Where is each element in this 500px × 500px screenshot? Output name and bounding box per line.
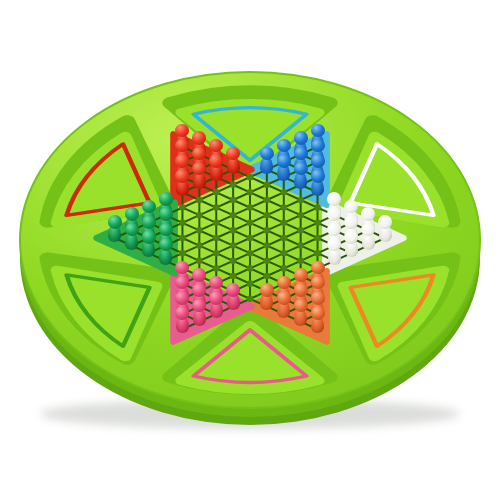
- hole-empty[interactable]: [230, 273, 237, 280]
- hole-empty[interactable]: [213, 235, 220, 242]
- hole-empty[interactable]: [247, 189, 254, 196]
- hole-empty[interactable]: [297, 258, 304, 265]
- peg-head: [192, 299, 206, 313]
- peg-head: [226, 283, 240, 297]
- peg-green[interactable]: [158, 238, 173, 265]
- hole-empty[interactable]: [280, 204, 287, 211]
- hole-empty[interactable]: [297, 227, 304, 234]
- peg-head: [311, 291, 325, 305]
- peg-head: [344, 200, 358, 214]
- hole-empty[interactable]: [247, 296, 254, 303]
- hole-empty[interactable]: [196, 227, 203, 234]
- peg-head: [142, 215, 156, 229]
- peg-head: [125, 207, 139, 221]
- peg-head: [159, 238, 173, 252]
- hole-empty[interactable]: [247, 219, 254, 226]
- peg-head: [175, 169, 189, 183]
- peg-head: [192, 131, 206, 145]
- peg-head: [175, 291, 189, 305]
- hole-empty[interactable]: [297, 212, 304, 219]
- hole-empty[interactable]: [297, 197, 304, 204]
- peg-head: [260, 283, 274, 297]
- peg-head: [311, 261, 325, 275]
- hole-empty[interactable]: [280, 189, 287, 196]
- peg-head: [175, 261, 189, 275]
- hole-empty[interactable]: [213, 189, 220, 196]
- hole-empty[interactable]: [196, 197, 203, 204]
- hole-empty[interactable]: [280, 235, 287, 242]
- peg-head: [327, 223, 341, 237]
- peg-head: [192, 147, 206, 161]
- peg-head: [125, 223, 139, 237]
- peg-head: [260, 147, 274, 161]
- peg-head: [294, 162, 308, 176]
- peg-orange[interactable]: [259, 283, 274, 310]
- hole-empty[interactable]: [247, 250, 254, 257]
- hole-empty[interactable]: [179, 204, 186, 211]
- peg-head: [209, 139, 223, 153]
- hole-empty[interactable]: [314, 219, 321, 226]
- peg-white[interactable]: [361, 223, 376, 250]
- hole-empty[interactable]: [264, 212, 271, 219]
- peg-head: [294, 283, 308, 297]
- hole-empty[interactable]: [196, 212, 203, 219]
- peg-head: [175, 139, 189, 153]
- peg-head: [277, 154, 291, 168]
- peg-head: [277, 291, 291, 305]
- hole-empty[interactable]: [314, 204, 321, 211]
- hole-empty[interactable]: [280, 265, 287, 272]
- hole-empty[interactable]: [314, 250, 321, 257]
- peg-orange[interactable]: [293, 299, 308, 326]
- hole-empty[interactable]: [280, 219, 287, 226]
- peg-head: [159, 207, 173, 221]
- peg-head: [159, 192, 173, 206]
- peg-head: [311, 276, 325, 290]
- peg-head: [344, 230, 358, 244]
- hole-empty[interactable]: [314, 235, 321, 242]
- peg-head: [294, 147, 308, 161]
- peg-head: [311, 139, 325, 153]
- peg-head: [344, 215, 358, 229]
- hole-empty[interactable]: [213, 265, 220, 272]
- peg-head: [226, 147, 240, 161]
- peg-blue[interactable]: [259, 147, 274, 174]
- hole-empty[interactable]: [179, 235, 186, 242]
- peg-head: [327, 192, 341, 206]
- hole-empty[interactable]: [230, 242, 237, 249]
- hole-empty[interactable]: [264, 227, 271, 234]
- peg-blue[interactable]: [293, 162, 308, 189]
- hole-empty[interactable]: [179, 219, 186, 226]
- hole-empty[interactable]: [213, 204, 220, 211]
- peg-white[interactable]: [327, 238, 342, 265]
- hole-empty[interactable]: [264, 273, 271, 280]
- peg-orange[interactable]: [276, 291, 291, 318]
- peg-head: [311, 154, 325, 168]
- peg-green[interactable]: [141, 230, 156, 257]
- hole-empty[interactable]: [297, 242, 304, 249]
- peg-head: [327, 207, 341, 221]
- peg-head: [361, 207, 375, 221]
- hole-empty[interactable]: [247, 280, 254, 287]
- peg-head: [209, 291, 223, 305]
- peg-red[interactable]: [209, 154, 224, 181]
- hole-empty[interactable]: [247, 204, 254, 211]
- peg-red[interactable]: [175, 169, 190, 196]
- hole-empty[interactable]: [247, 235, 254, 242]
- peg-red[interactable]: [226, 147, 241, 174]
- peg-head: [192, 268, 206, 282]
- peg-head: [327, 238, 341, 252]
- peg-orange[interactable]: [310, 306, 325, 333]
- peg-white[interactable]: [344, 230, 359, 257]
- peg-head: [311, 124, 325, 138]
- peg-pink[interactable]: [192, 299, 207, 326]
- chinese-checkers-board: [0, 0, 500, 500]
- peg-green[interactable]: [107, 215, 122, 242]
- hole-empty[interactable]: [196, 242, 203, 249]
- hole-empty[interactable]: [179, 250, 186, 257]
- peg-head: [361, 223, 375, 237]
- peg-head: [311, 306, 325, 320]
- peg-pink[interactable]: [209, 291, 224, 318]
- hole-empty[interactable]: [264, 258, 271, 265]
- peg-head: [142, 200, 156, 214]
- peg-white[interactable]: [378, 215, 393, 242]
- hole-empty[interactable]: [264, 242, 271, 249]
- peg-head: [175, 306, 189, 320]
- peg-head: [277, 139, 291, 153]
- peg-pink[interactable]: [175, 306, 190, 333]
- hole-empty[interactable]: [213, 250, 220, 257]
- peg-blue[interactable]: [310, 169, 325, 196]
- hole-empty[interactable]: [213, 219, 220, 226]
- hole-empty[interactable]: [230, 258, 237, 265]
- peg-head: [294, 299, 308, 313]
- peg-head: [209, 276, 223, 290]
- hole-empty[interactable]: [264, 181, 271, 188]
- hole-empty[interactable]: [230, 197, 237, 204]
- hole-empty[interactable]: [230, 227, 237, 234]
- hole-empty[interactable]: [230, 181, 237, 188]
- peg-head: [311, 169, 325, 183]
- hole-empty[interactable]: [196, 258, 203, 265]
- product-photo-stage: [0, 0, 500, 500]
- peg-blue[interactable]: [276, 154, 291, 181]
- hole-empty[interactable]: [264, 197, 271, 204]
- peg-head: [108, 215, 122, 229]
- peg-head: [209, 154, 223, 168]
- peg-head: [142, 230, 156, 244]
- peg-head: [378, 215, 392, 229]
- peg-head: [294, 131, 308, 145]
- peg-pink[interactable]: [226, 283, 241, 310]
- hole-empty[interactable]: [247, 265, 254, 272]
- peg-green[interactable]: [124, 223, 139, 250]
- hole-empty[interactable]: [230, 212, 237, 219]
- peg-head: [175, 154, 189, 168]
- peg-head: [294, 268, 308, 282]
- peg-head: [175, 124, 189, 138]
- peg-head: [192, 162, 206, 176]
- hole-empty[interactable]: [247, 174, 254, 181]
- peg-head: [159, 223, 173, 237]
- hole-empty[interactable]: [280, 250, 287, 257]
- peg-head: [175, 276, 189, 290]
- peg-red[interactable]: [192, 162, 207, 189]
- peg-head: [277, 276, 291, 290]
